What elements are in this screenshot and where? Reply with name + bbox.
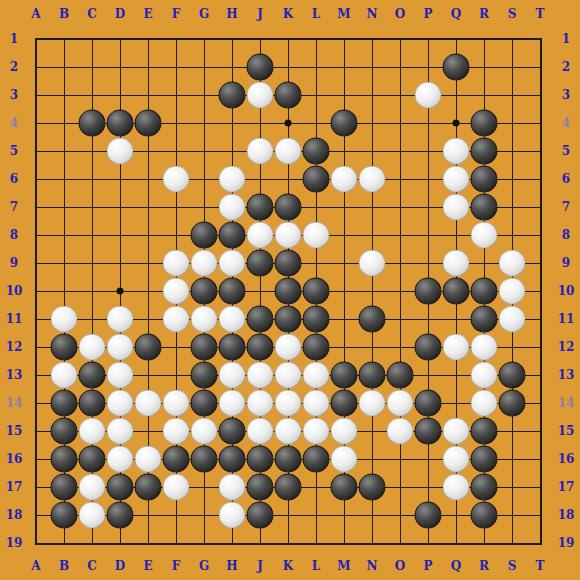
black-stone-N17 [359, 474, 386, 501]
black-stone-P12 [415, 334, 442, 361]
white-stone-F17 [163, 474, 190, 501]
row-label-right: 2 [562, 60, 570, 74]
row-label-right: 18 [558, 508, 575, 522]
black-stone-Q10 [443, 278, 470, 305]
white-stone-Q6 [443, 166, 470, 193]
white-stone-F11 [163, 306, 190, 333]
row-label-left: 17 [6, 480, 23, 494]
row-label-left: 18 [6, 508, 23, 522]
white-stone-R8 [471, 222, 498, 249]
black-stone-M17 [331, 474, 358, 501]
col-label-top: F [172, 7, 181, 21]
row-label-right: 17 [558, 480, 575, 494]
row-label-left: 8 [10, 228, 18, 242]
white-stone-Q12 [443, 334, 470, 361]
white-stone-Q17 [443, 474, 470, 501]
row-label-left: 5 [10, 144, 18, 158]
black-stone-R15 [471, 418, 498, 445]
star-point [453, 120, 460, 127]
white-stone-F15 [163, 418, 190, 445]
white-stone-J13 [247, 362, 274, 389]
white-stone-C12 [79, 334, 106, 361]
black-stone-R5 [471, 138, 498, 165]
white-stone-Q16 [443, 446, 470, 473]
white-stone-Q15 [443, 418, 470, 445]
row-label-left: 15 [6, 424, 23, 438]
row-label-right: 1 [562, 32, 570, 46]
white-stone-H11 [219, 306, 246, 333]
row-label-left: 16 [6, 452, 23, 466]
col-label-top: J [257, 7, 263, 21]
white-stone-F14 [163, 390, 190, 417]
black-stone-K10 [275, 278, 302, 305]
white-stone-E16 [135, 446, 162, 473]
row-label-left: 19 [6, 536, 23, 550]
row-label-left: 3 [10, 88, 18, 102]
white-stone-H13 [219, 362, 246, 389]
white-stone-O15 [387, 418, 414, 445]
black-stone-H15 [219, 418, 246, 445]
row-label-left: 2 [10, 60, 18, 74]
white-stone-R14 [471, 390, 498, 417]
black-stone-C13 [79, 362, 106, 389]
black-stone-C14 [79, 390, 106, 417]
black-stone-M4 [331, 110, 358, 137]
white-stone-P3 [415, 82, 442, 109]
black-stone-S13 [499, 362, 526, 389]
black-stone-R11 [471, 306, 498, 333]
white-stone-B11 [51, 306, 78, 333]
white-stone-G11 [191, 306, 218, 333]
row-label-right: 3 [562, 88, 570, 102]
col-label-top: H [226, 7, 237, 21]
black-stone-K9 [275, 250, 302, 277]
black-stone-N11 [359, 306, 386, 333]
col-label-bottom: E [143, 559, 152, 573]
col-label-top: R [479, 7, 489, 21]
white-stone-R13 [471, 362, 498, 389]
white-stone-H7 [219, 194, 246, 221]
white-stone-C15 [79, 418, 106, 445]
col-label-top: D [115, 7, 125, 21]
black-stone-J12 [247, 334, 274, 361]
black-stone-M13 [331, 362, 358, 389]
black-stone-G16 [191, 446, 218, 473]
white-stone-L13 [303, 362, 330, 389]
white-stone-Q7 [443, 194, 470, 221]
black-stone-H10 [219, 278, 246, 305]
white-stone-D11 [107, 306, 134, 333]
row-label-right: 4 [562, 116, 570, 130]
col-label-bottom: T [536, 559, 545, 573]
col-label-top: B [59, 7, 69, 21]
row-label-left: 13 [6, 368, 23, 382]
black-stone-E17 [135, 474, 162, 501]
black-stone-J16 [247, 446, 274, 473]
col-label-bottom: R [479, 559, 489, 573]
white-stone-M15 [331, 418, 358, 445]
black-stone-R16 [471, 446, 498, 473]
black-stone-K16 [275, 446, 302, 473]
white-stone-G9 [191, 250, 218, 277]
col-label-bottom: A [31, 559, 40, 573]
white-stone-J14 [247, 390, 274, 417]
row-label-left: 14 [6, 396, 23, 410]
white-stone-G15 [191, 418, 218, 445]
col-label-bottom: O [395, 559, 405, 573]
black-stone-M14 [331, 390, 358, 417]
white-stone-D12 [107, 334, 134, 361]
col-label-top: K [283, 7, 293, 21]
black-stone-J7 [247, 194, 274, 221]
black-stone-B15 [51, 418, 78, 445]
white-stone-N9 [359, 250, 386, 277]
white-stone-H14 [219, 390, 246, 417]
row-label-right: 13 [558, 368, 575, 382]
black-stone-K3 [275, 82, 302, 109]
black-stone-Q2 [443, 54, 470, 81]
black-stone-K17 [275, 474, 302, 501]
white-stone-H9 [219, 250, 246, 277]
col-label-bottom: P [423, 559, 432, 573]
white-stone-J5 [247, 138, 274, 165]
black-stone-J2 [247, 54, 274, 81]
black-stone-R7 [471, 194, 498, 221]
black-stone-G13 [191, 362, 218, 389]
black-stone-R18 [471, 502, 498, 529]
black-stone-L11 [303, 306, 330, 333]
go-board: AABBCCDDEEFFGGHHJJKKLLMMNNOOPPQQRRSSTT11… [0, 0, 580, 580]
row-label-left: 7 [10, 200, 18, 214]
white-stone-S9 [499, 250, 526, 277]
col-label-top: M [337, 7, 350, 21]
row-label-left: 12 [6, 340, 23, 354]
white-stone-J8 [247, 222, 274, 249]
black-stone-H16 [219, 446, 246, 473]
col-label-bottom: K [283, 559, 293, 573]
col-label-top: C [87, 7, 97, 21]
black-stone-P10 [415, 278, 442, 305]
black-stone-B12 [51, 334, 78, 361]
white-stone-S10 [499, 278, 526, 305]
black-stone-C4 [79, 110, 106, 137]
black-stone-R4 [471, 110, 498, 137]
black-stone-D18 [107, 502, 134, 529]
star-point [117, 288, 124, 295]
row-label-left: 10 [6, 284, 23, 298]
white-stone-F6 [163, 166, 190, 193]
row-label-right: 9 [562, 256, 570, 270]
black-stone-P15 [415, 418, 442, 445]
row-label-right: 19 [558, 536, 575, 550]
col-label-bottom: J [257, 559, 263, 573]
black-stone-N13 [359, 362, 386, 389]
black-stone-H3 [219, 82, 246, 109]
row-label-left: 9 [10, 256, 18, 270]
white-stone-K14 [275, 390, 302, 417]
white-stone-M16 [331, 446, 358, 473]
col-label-bottom: B [59, 559, 69, 573]
white-stone-L15 [303, 418, 330, 445]
col-label-bottom: H [226, 559, 237, 573]
col-label-top: N [367, 7, 378, 21]
black-stone-R10 [471, 278, 498, 305]
black-stone-B18 [51, 502, 78, 529]
row-label-left: 11 [6, 312, 23, 326]
white-stone-N14 [359, 390, 386, 417]
black-stone-G8 [191, 222, 218, 249]
white-stone-K15 [275, 418, 302, 445]
row-label-right: 16 [558, 452, 575, 466]
star-point [285, 120, 292, 127]
black-stone-G10 [191, 278, 218, 305]
white-stone-D5 [107, 138, 134, 165]
white-stone-K5 [275, 138, 302, 165]
row-label-right: 5 [562, 144, 570, 158]
black-stone-G12 [191, 334, 218, 361]
black-stone-J11 [247, 306, 274, 333]
white-stone-H17 [219, 474, 246, 501]
black-stone-J9 [247, 250, 274, 277]
black-stone-R6 [471, 166, 498, 193]
black-stone-B14 [51, 390, 78, 417]
row-label-right: 10 [558, 284, 575, 298]
black-stone-G14 [191, 390, 218, 417]
col-label-bottom: N [367, 559, 378, 573]
black-stone-E12 [135, 334, 162, 361]
black-stone-P14 [415, 390, 442, 417]
row-label-left: 1 [10, 32, 18, 46]
black-stone-L12 [303, 334, 330, 361]
white-stone-O14 [387, 390, 414, 417]
white-stone-N6 [359, 166, 386, 193]
white-stone-D15 [107, 418, 134, 445]
col-label-bottom: M [337, 559, 350, 573]
black-stone-J18 [247, 502, 274, 529]
col-label-bottom: S [508, 559, 517, 573]
col-label-bottom: L [312, 559, 320, 573]
row-label-left: 6 [10, 172, 18, 186]
col-label-top: O [395, 7, 405, 21]
white-stone-K12 [275, 334, 302, 361]
black-stone-J17 [247, 474, 274, 501]
col-label-top: S [508, 7, 517, 21]
white-stone-K8 [275, 222, 302, 249]
col-label-bottom: D [115, 559, 125, 573]
col-label-bottom: Q [451, 559, 461, 573]
black-stone-B17 [51, 474, 78, 501]
col-label-top: T [536, 7, 545, 21]
black-stone-L5 [303, 138, 330, 165]
white-stone-C17 [79, 474, 106, 501]
white-stone-S11 [499, 306, 526, 333]
black-stone-O13 [387, 362, 414, 389]
row-label-right: 12 [558, 340, 575, 354]
white-stone-R12 [471, 334, 498, 361]
black-stone-P18 [415, 502, 442, 529]
col-label-top: P [423, 7, 432, 21]
col-label-top: A [31, 7, 40, 21]
col-label-bottom: C [87, 559, 97, 573]
col-label-bottom: F [172, 559, 181, 573]
row-label-right: 6 [562, 172, 570, 186]
col-label-top: Q [451, 7, 461, 21]
row-label-right: 8 [562, 228, 570, 242]
white-stone-Q5 [443, 138, 470, 165]
white-stone-D13 [107, 362, 134, 389]
white-stone-L14 [303, 390, 330, 417]
row-label-right: 15 [558, 424, 575, 438]
black-stone-S14 [499, 390, 526, 417]
black-stone-K7 [275, 194, 302, 221]
white-stone-H6 [219, 166, 246, 193]
black-stone-L6 [303, 166, 330, 193]
white-stone-E14 [135, 390, 162, 417]
black-stone-K11 [275, 306, 302, 333]
black-stone-L10 [303, 278, 330, 305]
row-label-left: 4 [10, 116, 18, 130]
white-stone-F10 [163, 278, 190, 305]
row-label-right: 7 [562, 200, 570, 214]
white-stone-D14 [107, 390, 134, 417]
row-label-right: 14 [558, 396, 575, 410]
white-stone-K13 [275, 362, 302, 389]
white-stone-D16 [107, 446, 134, 473]
col-label-top: E [143, 7, 152, 21]
white-stone-Q9 [443, 250, 470, 277]
black-stone-D4 [107, 110, 134, 137]
white-stone-L8 [303, 222, 330, 249]
col-label-top: L [312, 7, 320, 21]
white-stone-C18 [79, 502, 106, 529]
black-stone-D17 [107, 474, 134, 501]
black-stone-C16 [79, 446, 106, 473]
white-stone-M6 [331, 166, 358, 193]
white-stone-F9 [163, 250, 190, 277]
white-stone-J3 [247, 82, 274, 109]
black-stone-R17 [471, 474, 498, 501]
black-stone-H12 [219, 334, 246, 361]
black-stone-F16 [163, 446, 190, 473]
black-stone-H8 [219, 222, 246, 249]
white-stone-J15 [247, 418, 274, 445]
white-stone-H18 [219, 502, 246, 529]
col-label-bottom: G [199, 559, 209, 573]
row-label-right: 11 [558, 312, 575, 326]
black-stone-L16 [303, 446, 330, 473]
black-stone-B16 [51, 446, 78, 473]
black-stone-E4 [135, 110, 162, 137]
white-stone-B13 [51, 362, 78, 389]
col-label-top: G [199, 7, 209, 21]
